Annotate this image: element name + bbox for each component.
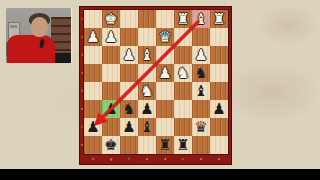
square-a6[interactable]: ♟ [210, 100, 228, 118]
person-face [31, 17, 48, 37]
square-f1[interactable] [120, 10, 138, 28]
square-a8[interactable] [210, 136, 228, 154]
square-e7[interactable]: ♝ [138, 118, 156, 136]
rank-label-1: 1 [81, 14, 83, 25]
piece-white-knight-c4[interactable]: ♞ [174, 64, 192, 82]
square-g4[interactable] [102, 64, 120, 82]
square-d8[interactable]: ♜ [156, 136, 174, 154]
square-e6[interactable]: ♟ [138, 100, 156, 118]
person-shirt [7, 35, 55, 63]
square-d7[interactable] [156, 118, 174, 136]
piece-black-knight-b4[interactable]: ♞ [192, 64, 210, 82]
rank-label-4: 4 [81, 68, 83, 79]
piece-white-pawn-g2[interactable]: ♟ [102, 28, 120, 46]
piece-black-queen-b7[interactable]: ♛ [192, 118, 210, 136]
piece-white-bishop-e3[interactable]: ♝ [138, 46, 156, 64]
board-grid[interactable]: ♚♜♝♜♟♟♛♟♝♟♟♞♞♞♝♟♞♟♟♟♟♝♛♚♜♜ [84, 10, 228, 154]
square-b1[interactable]: ♝ [192, 10, 210, 28]
piece-white-pawn-f3[interactable]: ♟ [120, 46, 138, 64]
square-h6[interactable] [84, 100, 102, 118]
file-label-e: e [141, 156, 153, 161]
piece-white-rook-c1[interactable]: ♜ [174, 10, 192, 28]
file-label-f: f [123, 156, 135, 161]
piece-black-bishop-e7[interactable]: ♝ [138, 118, 156, 136]
square-d6[interactable] [156, 100, 174, 118]
square-g3[interactable] [102, 46, 120, 64]
square-e4[interactable] [138, 64, 156, 82]
video-frame: ♚♜♝♜♟♟♛♟♝♟♟♞♞♞♝♟♞♟♟♟♟♝♛♚♜♜ hgfedcba 1234… [0, 0, 320, 180]
square-d4[interactable]: ♟ [156, 64, 174, 82]
square-c1[interactable]: ♜ [174, 10, 192, 28]
rank-label-3: 3 [81, 50, 83, 61]
square-h5[interactable] [84, 82, 102, 100]
webcam-panel [6, 8, 72, 64]
square-e3[interactable]: ♝ [138, 46, 156, 64]
square-h4[interactable] [84, 64, 102, 82]
square-b4[interactable]: ♞ [192, 64, 210, 82]
piece-black-pawn-g6[interactable]: ♟ [102, 100, 120, 118]
file-label-h: h [87, 156, 99, 161]
marble-background: ♚♜♝♜♟♟♛♟♝♟♟♞♞♞♝♟♞♟♟♟♟♝♛♚♜♜ hgfedcba 1234… [0, 0, 320, 169]
piece-black-pawn-f7[interactable]: ♟ [120, 118, 138, 136]
piece-black-pawn-a6[interactable]: ♟ [210, 100, 228, 118]
square-f6[interactable]: ♞ [120, 100, 138, 118]
square-c7[interactable] [174, 118, 192, 136]
square-c2[interactable] [174, 28, 192, 46]
file-labels: hgfedcba [84, 155, 228, 163]
square-a1[interactable]: ♜ [210, 10, 228, 28]
square-f7[interactable]: ♟ [120, 118, 138, 136]
square-b6[interactable] [192, 100, 210, 118]
square-b8[interactable] [192, 136, 210, 154]
square-e8[interactable] [138, 136, 156, 154]
square-h8[interactable] [84, 136, 102, 154]
square-g7[interactable] [102, 118, 120, 136]
square-h3[interactable] [84, 46, 102, 64]
square-b2[interactable] [192, 28, 210, 46]
piece-white-pawn-h2[interactable]: ♟ [84, 28, 102, 46]
square-c3[interactable] [174, 46, 192, 64]
piece-black-pawn-e6[interactable]: ♟ [138, 100, 156, 118]
file-label-d: d [159, 156, 171, 161]
file-label-g: g [105, 156, 117, 161]
square-f8[interactable] [120, 136, 138, 154]
square-d5[interactable] [156, 82, 174, 100]
rank-label-7: 7 [81, 122, 83, 133]
piece-black-bishop-b5[interactable]: ♝ [192, 82, 210, 100]
piece-black-pawn-h7[interactable]: ♟ [84, 118, 102, 136]
piece-black-rook-d8[interactable]: ♜ [156, 136, 174, 154]
rank-label-6: 6 [81, 104, 83, 115]
square-a5[interactable] [210, 82, 228, 100]
square-h7[interactable]: ♟ [84, 118, 102, 136]
square-f2[interactable] [120, 28, 138, 46]
square-g8[interactable]: ♚ [102, 136, 120, 154]
rank-labels: 12345678 [80, 10, 84, 154]
square-c4[interactable]: ♞ [174, 64, 192, 82]
square-b3[interactable]: ♟ [192, 46, 210, 64]
square-d3[interactable] [156, 46, 174, 64]
rank-label-8: 8 [81, 140, 83, 151]
wall-paper-detail [10, 25, 17, 28]
piece-white-queen-d2[interactable]: ♛ [156, 28, 174, 46]
piece-white-rook-a1[interactable]: ♜ [210, 10, 228, 28]
square-e1[interactable] [138, 10, 156, 28]
square-d2[interactable]: ♛ [156, 28, 174, 46]
square-a7[interactable] [210, 118, 228, 136]
file-label-c: c [177, 156, 189, 161]
square-b7[interactable]: ♛ [192, 118, 210, 136]
square-g6[interactable]: ♟ [102, 100, 120, 118]
square-d1[interactable] [156, 10, 174, 28]
square-f5[interactable] [120, 82, 138, 100]
piece-white-bishop-b1[interactable]: ♝ [192, 10, 210, 28]
piece-white-pawn-b3[interactable]: ♟ [192, 46, 210, 64]
piece-black-knight-f6[interactable]: ♞ [120, 100, 138, 118]
piece-white-king-g1[interactable]: ♚ [102, 10, 120, 28]
square-g1[interactable]: ♚ [102, 10, 120, 28]
square-e2[interactable] [138, 28, 156, 46]
square-h1[interactable] [84, 10, 102, 28]
piece-white-knight-e5[interactable]: ♞ [138, 82, 156, 100]
rank-label-2: 2 [81, 32, 83, 43]
square-c8[interactable]: ♜ [174, 136, 192, 154]
file-label-b: b [195, 156, 207, 161]
rank-label-5: 5 [81, 86, 83, 97]
square-a3[interactable] [210, 46, 228, 64]
square-a2[interactable] [210, 28, 228, 46]
file-label-a: a [213, 156, 225, 161]
square-a4[interactable] [210, 64, 228, 82]
square-e5[interactable]: ♞ [138, 82, 156, 100]
square-c5[interactable] [174, 82, 192, 100]
piece-white-pawn-d4[interactable]: ♟ [156, 64, 174, 82]
square-f3[interactable]: ♟ [120, 46, 138, 64]
square-f4[interactable] [120, 64, 138, 82]
square-g5[interactable] [102, 82, 120, 100]
piece-black-king-g8[interactable]: ♚ [102, 136, 120, 154]
square-g2[interactable]: ♟ [102, 28, 120, 46]
piece-black-rook-c8[interactable]: ♜ [174, 136, 192, 154]
square-c6[interactable] [174, 100, 192, 118]
square-b5[interactable]: ♝ [192, 82, 210, 100]
chess-board[interactable]: ♚♜♝♜♟♟♛♟♝♟♟♞♞♞♝♟♞♟♟♟♟♝♛♚♜♜ hgfedcba 1234… [79, 6, 232, 165]
letterbox-bottom [0, 169, 320, 180]
square-h2[interactable]: ♟ [84, 28, 102, 46]
